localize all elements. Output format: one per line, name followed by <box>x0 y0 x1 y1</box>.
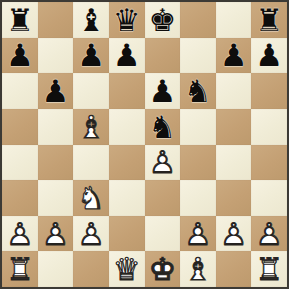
square-d8[interactable]: ♛ <box>109 2 145 38</box>
square-h4[interactable] <box>251 145 287 181</box>
square-d7[interactable]: ♟ <box>109 38 145 74</box>
square-h3[interactable] <box>251 180 287 216</box>
black-pawn[interactable]: ♟ <box>109 38 145 74</box>
black-piece-glyph: ♞ <box>180 73 216 109</box>
square-b5[interactable] <box>38 109 74 145</box>
white-piece-outline: ♗ <box>180 251 216 287</box>
square-c3[interactable]: ♞♘ <box>73 180 109 216</box>
square-c4[interactable] <box>73 145 109 181</box>
chess-board: ♜♝♛♚♜♟♟♟♟♟♟♟♞♝♗♞♟♙♞♘♟♙♟♙♟♙♟♙♟♙♟♙♜♖♛♕♚♔♝♗… <box>0 0 289 289</box>
black-knight[interactable]: ♞ <box>145 109 181 145</box>
square-e8[interactable]: ♚ <box>145 2 181 38</box>
white-piece-outline: ♙ <box>216 216 252 252</box>
square-c5[interactable]: ♝♗ <box>73 109 109 145</box>
white-bishop[interactable]: ♝♗ <box>180 251 216 287</box>
square-e5[interactable]: ♞ <box>145 109 181 145</box>
square-a6[interactable] <box>2 73 38 109</box>
square-e3[interactable] <box>145 180 181 216</box>
white-piece-outline: ♙ <box>145 145 181 181</box>
square-c7[interactable]: ♟ <box>73 38 109 74</box>
white-piece-outline: ♘ <box>73 180 109 216</box>
square-c1[interactable] <box>73 251 109 287</box>
black-piece-glyph: ♚ <box>145 2 181 38</box>
black-pawn[interactable]: ♟ <box>251 38 287 74</box>
white-piece-outline: ♖ <box>251 251 287 287</box>
white-piece-outline: ♙ <box>2 216 38 252</box>
square-d1[interactable]: ♛♕ <box>109 251 145 287</box>
square-f2[interactable]: ♟♙ <box>180 216 216 252</box>
black-piece-glyph: ♟ <box>216 38 252 74</box>
square-b7[interactable] <box>38 38 74 74</box>
square-c8[interactable]: ♝ <box>73 2 109 38</box>
square-a3[interactable] <box>2 180 38 216</box>
black-rook[interactable]: ♜ <box>2 2 38 38</box>
square-f4[interactable] <box>180 145 216 181</box>
black-pawn[interactable]: ♟ <box>38 73 74 109</box>
square-e2[interactable] <box>145 216 181 252</box>
white-piece-outline: ♖ <box>2 251 38 287</box>
square-f5[interactable] <box>180 109 216 145</box>
square-h5[interactable] <box>251 109 287 145</box>
white-piece-outline: ♙ <box>180 216 216 252</box>
square-h8[interactable]: ♜ <box>251 2 287 38</box>
square-b8[interactable] <box>38 2 74 38</box>
white-piece-outline: ♔ <box>145 251 181 287</box>
black-piece-glyph: ♟ <box>38 73 74 109</box>
square-d4[interactable] <box>109 145 145 181</box>
square-b6[interactable]: ♟ <box>38 73 74 109</box>
square-h1[interactable]: ♜♖ <box>251 251 287 287</box>
black-pawn[interactable]: ♟ <box>216 38 252 74</box>
square-g3[interactable] <box>216 180 252 216</box>
square-a7[interactable]: ♟ <box>2 38 38 74</box>
square-g4[interactable] <box>216 145 252 181</box>
black-piece-glyph: ♞ <box>145 109 181 145</box>
white-rook[interactable]: ♜♖ <box>251 251 287 287</box>
black-king[interactable]: ♚ <box>145 2 181 38</box>
square-d6[interactable] <box>109 73 145 109</box>
square-d3[interactable] <box>109 180 145 216</box>
white-piece-outline: ♙ <box>73 216 109 252</box>
square-e6[interactable]: ♟ <box>145 73 181 109</box>
square-a1[interactable]: ♜♖ <box>2 251 38 287</box>
white-queen[interactable]: ♛♕ <box>109 251 145 287</box>
black-piece-glyph: ♟ <box>2 38 38 74</box>
square-h2[interactable]: ♟♙ <box>251 216 287 252</box>
white-pawn[interactable]: ♟♙ <box>2 216 38 252</box>
square-g6[interactable] <box>216 73 252 109</box>
square-f1[interactable]: ♝♗ <box>180 251 216 287</box>
square-e1[interactable]: ♚♔ <box>145 251 181 287</box>
white-bishop[interactable]: ♝♗ <box>73 109 109 145</box>
white-piece-outline: ♕ <box>109 251 145 287</box>
square-a5[interactable] <box>2 109 38 145</box>
square-d5[interactable] <box>109 109 145 145</box>
white-king[interactable]: ♚♔ <box>145 251 181 287</box>
square-b4[interactable] <box>38 145 74 181</box>
white-pawn[interactable]: ♟♙ <box>251 216 287 252</box>
square-a4[interactable] <box>2 145 38 181</box>
square-g2[interactable]: ♟♙ <box>216 216 252 252</box>
black-bishop[interactable]: ♝ <box>73 2 109 38</box>
black-pawn[interactable]: ♟ <box>73 38 109 74</box>
white-pawn[interactable]: ♟♙ <box>216 216 252 252</box>
black-piece-glyph: ♛ <box>109 2 145 38</box>
black-piece-glyph: ♟ <box>251 38 287 74</box>
square-a8[interactable]: ♜ <box>2 2 38 38</box>
black-queen[interactable]: ♛ <box>109 2 145 38</box>
square-g8[interactable] <box>216 2 252 38</box>
black-piece-glyph: ♟ <box>73 38 109 74</box>
white-piece-outline: ♗ <box>73 109 109 145</box>
square-f7[interactable] <box>180 38 216 74</box>
black-pawn[interactable]: ♟ <box>145 73 181 109</box>
white-knight[interactable]: ♞♘ <box>73 180 109 216</box>
square-c6[interactable] <box>73 73 109 109</box>
square-f6[interactable]: ♞ <box>180 73 216 109</box>
white-piece-outline: ♙ <box>38 216 74 252</box>
square-a2[interactable]: ♟♙ <box>2 216 38 252</box>
black-pawn[interactable]: ♟ <box>2 38 38 74</box>
square-c2[interactable]: ♟♙ <box>73 216 109 252</box>
square-f3[interactable] <box>180 180 216 216</box>
black-piece-glyph: ♜ <box>251 2 287 38</box>
white-pawn[interactable]: ♟♙ <box>145 145 181 181</box>
square-g5[interactable] <box>216 109 252 145</box>
white-rook[interactable]: ♜♖ <box>2 251 38 287</box>
square-b3[interactable] <box>38 180 74 216</box>
square-b2[interactable]: ♟♙ <box>38 216 74 252</box>
white-pawn[interactable]: ♟♙ <box>180 216 216 252</box>
square-g1[interactable] <box>216 251 252 287</box>
square-g7[interactable]: ♟ <box>216 38 252 74</box>
white-pawn[interactable]: ♟♙ <box>38 216 74 252</box>
square-e7[interactable] <box>145 38 181 74</box>
square-f8[interactable] <box>180 2 216 38</box>
square-h7[interactable]: ♟ <box>251 38 287 74</box>
square-h6[interactable] <box>251 73 287 109</box>
white-piece-outline: ♙ <box>251 216 287 252</box>
black-piece-glyph: ♟ <box>109 38 145 74</box>
black-piece-glyph: ♟ <box>145 73 181 109</box>
square-e4[interactable]: ♟♙ <box>145 145 181 181</box>
square-b1[interactable] <box>38 251 74 287</box>
black-piece-glyph: ♝ <box>73 2 109 38</box>
white-pawn[interactable]: ♟♙ <box>73 216 109 252</box>
black-knight[interactable]: ♞ <box>180 73 216 109</box>
square-d2[interactable] <box>109 216 145 252</box>
black-piece-glyph: ♜ <box>2 2 38 38</box>
black-rook[interactable]: ♜ <box>251 2 287 38</box>
